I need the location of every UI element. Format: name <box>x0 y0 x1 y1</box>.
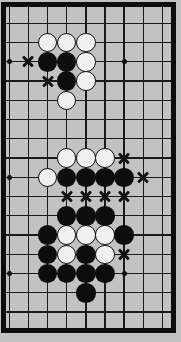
black-stone <box>95 168 115 188</box>
white-stone <box>76 33 96 53</box>
liberty-mark <box>137 171 150 184</box>
white-stone <box>95 225 115 245</box>
black-stone <box>57 168 77 188</box>
white-stone <box>57 33 77 53</box>
black-stone <box>57 264 77 284</box>
grid-hline <box>6 138 171 139</box>
grid-hline <box>6 311 171 312</box>
go-board-diagram <box>0 0 181 342</box>
liberty-mark <box>79 190 92 203</box>
white-stone <box>57 225 77 245</box>
black-stone <box>76 264 96 284</box>
white-stone <box>57 148 77 168</box>
white-stone <box>95 148 115 168</box>
black-stone <box>57 206 77 226</box>
star-point <box>7 59 12 64</box>
black-stone <box>95 264 115 284</box>
star-point <box>122 271 127 276</box>
liberty-mark <box>60 190 73 203</box>
star-point <box>7 271 12 276</box>
liberty-mark <box>22 55 35 68</box>
grid-hline <box>6 23 171 24</box>
white-stone <box>76 225 96 245</box>
liberty-mark <box>98 190 111 203</box>
black-stone <box>38 245 58 265</box>
black-stone <box>38 264 58 284</box>
white-stone <box>57 91 77 111</box>
board-grid <box>0 0 181 342</box>
liberty-mark <box>118 152 131 165</box>
liberty-mark <box>118 190 131 203</box>
star-point <box>7 175 12 180</box>
liberty-mark <box>41 75 54 88</box>
white-stone <box>76 52 96 72</box>
black-stone <box>76 206 96 226</box>
white-stone <box>76 148 96 168</box>
star-point <box>122 59 127 64</box>
black-stone <box>114 168 134 188</box>
grid-vline <box>143 7 144 328</box>
white-stone <box>76 71 96 91</box>
grid-vline <box>9 7 10 328</box>
black-stone <box>38 52 58 72</box>
black-stone <box>57 52 77 72</box>
white-stone <box>57 245 77 265</box>
black-stone <box>57 71 77 91</box>
liberty-mark <box>118 248 131 261</box>
white-stone <box>38 168 58 188</box>
black-stone <box>95 206 115 226</box>
black-stone <box>114 225 134 245</box>
black-stone <box>76 283 96 303</box>
white-stone <box>38 33 58 53</box>
black-stone <box>76 168 96 188</box>
white-stone <box>95 245 115 265</box>
grid-vline <box>162 7 163 328</box>
black-stone <box>38 225 58 245</box>
black-stone <box>76 245 96 265</box>
grid-hline <box>6 100 171 101</box>
grid-hline <box>6 119 171 120</box>
